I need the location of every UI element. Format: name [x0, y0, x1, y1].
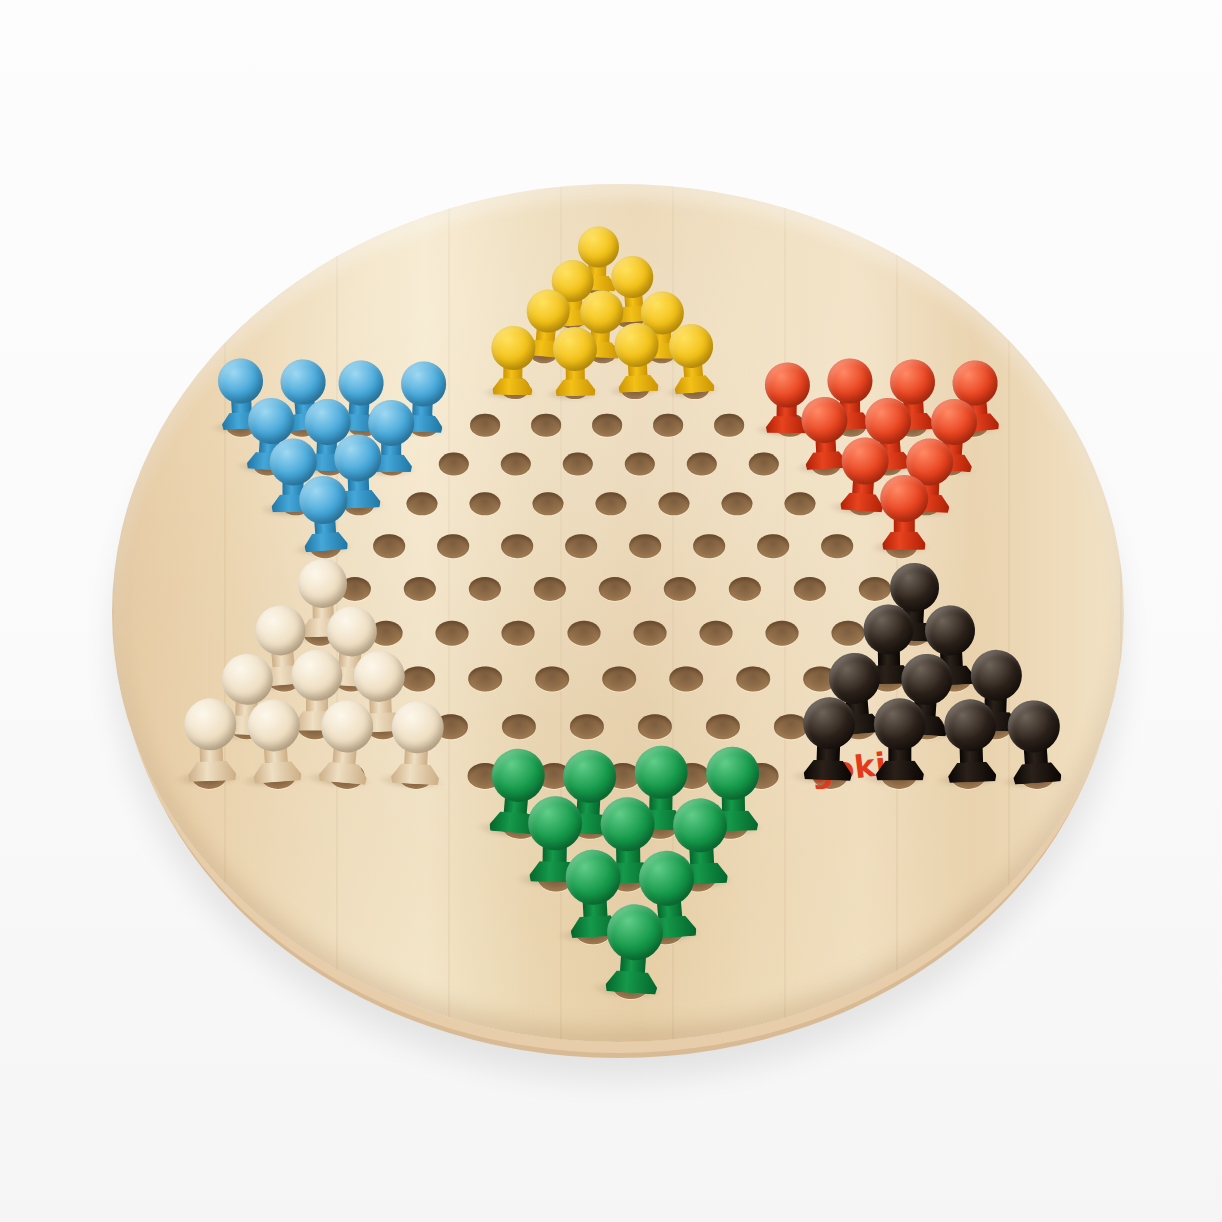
- peg-natural[interactable]: [316, 698, 375, 785]
- board-hole-r9c5[interactable]: [599, 577, 631, 601]
- peg-skirt: [618, 374, 659, 393]
- peg-black[interactable]: [1006, 698, 1064, 784]
- peg-ball: [706, 746, 760, 800]
- board-hole-r8c7[interactable]: [693, 534, 725, 558]
- peg-ball: [564, 848, 622, 906]
- board-hole-r9c9[interactable]: [859, 577, 891, 601]
- board-hole-r8c4[interactable]: [501, 534, 533, 558]
- board-hole-r9c2[interactable]: [404, 577, 436, 601]
- peg-ball: [319, 698, 376, 755]
- peg-ball: [970, 649, 1023, 702]
- board-hole-r7c7[interactable]: [658, 493, 689, 516]
- board-hole-r6c5[interactable]: [501, 453, 531, 476]
- peg-ball: [943, 698, 997, 752]
- peg-black[interactable]: [874, 698, 926, 781]
- board-hole-r5c7[interactable]: [592, 414, 622, 436]
- board-hole-r8c6[interactable]: [629, 534, 661, 558]
- peg-ball: [637, 848, 697, 908]
- peg-green[interactable]: [603, 903, 665, 995]
- peg-skirt: [555, 379, 595, 396]
- board-hole-r7c5[interactable]: [532, 493, 563, 516]
- peg-black[interactable]: [943, 698, 998, 782]
- peg-black[interactable]: [801, 696, 856, 780]
- peg-ball: [1006, 698, 1062, 754]
- peg-ball: [802, 696, 856, 750]
- peg-ball: [605, 903, 665, 963]
- board-hole-r12c7[interactable]: [638, 714, 672, 740]
- board-hole-r7c6[interactable]: [595, 493, 626, 516]
- board-hole-r9c3[interactable]: [469, 577, 501, 601]
- board-hole-r11c7[interactable]: [669, 667, 703, 692]
- board-hole-r7c4[interactable]: [469, 493, 500, 516]
- board-hole-r11c3[interactable]: [401, 667, 435, 692]
- board-hole-r6c7[interactable]: [625, 453, 655, 476]
- product-photo-scene: goki: [0, 0, 1222, 1222]
- board-hole-r8c9[interactable]: [821, 534, 853, 558]
- peg-skirt: [804, 759, 853, 780]
- board-hole-r10c4[interactable]: [502, 621, 535, 646]
- peg-red[interactable]: [880, 475, 928, 550]
- peg-skirt: [188, 760, 237, 781]
- peg-skirt: [1012, 761, 1061, 784]
- peg-ball: [491, 326, 535, 370]
- board-hole-r11c4[interactable]: [468, 667, 502, 692]
- peg-skirt: [882, 532, 926, 550]
- peg-ball: [863, 604, 914, 655]
- peg-ball: [528, 795, 583, 850]
- peg-ball: [924, 604, 977, 657]
- peg-ball: [553, 327, 597, 371]
- board-hole-r5c9[interactable]: [714, 414, 744, 436]
- board-hole-r10c3[interactable]: [436, 621, 469, 646]
- peg-ball: [667, 322, 714, 369]
- peg-natural[interactable]: [246, 697, 304, 783]
- board-hole-r9c7[interactable]: [729, 577, 761, 601]
- board-hole-r10c6[interactable]: [634, 621, 667, 646]
- board-hole-r9c6[interactable]: [664, 577, 696, 601]
- board-hole-r5c6[interactable]: [531, 414, 561, 436]
- peg-skirt: [391, 762, 440, 784]
- peg-ball: [600, 796, 655, 851]
- peg-ball: [298, 559, 348, 609]
- board-hole-r10c8[interactable]: [766, 621, 799, 646]
- board-hole-r6c4[interactable]: [439, 453, 469, 476]
- peg-ball: [613, 322, 659, 368]
- peg-skirt: [318, 760, 368, 784]
- board-hole-r9c4[interactable]: [534, 577, 566, 601]
- board-hole-r6c9[interactable]: [749, 453, 779, 476]
- peg-skirt: [840, 492, 884, 513]
- peg-skirt: [876, 761, 924, 781]
- peg-skirt: [948, 761, 997, 782]
- board-hole-r5c8[interactable]: [653, 414, 683, 436]
- peg-skirt: [492, 378, 532, 395]
- peg-ball: [634, 745, 688, 799]
- board-hole-r12c8[interactable]: [706, 714, 740, 740]
- peg-ball: [880, 475, 928, 523]
- board-hole-r8c2[interactable]: [373, 534, 405, 558]
- board-hole-r12c6[interactable]: [570, 714, 604, 740]
- board-hole-r10c9[interactable]: [832, 621, 865, 646]
- peg-ball: [874, 698, 926, 750]
- board-hole-r6c8[interactable]: [687, 453, 717, 476]
- board-hole-r8c8[interactable]: [757, 534, 789, 558]
- peg-ball: [672, 796, 729, 853]
- peg-ball: [298, 474, 349, 525]
- peg-ball: [353, 650, 406, 703]
- peg-skirt: [252, 760, 301, 783]
- peg-skirt: [304, 531, 349, 552]
- board-hole-r8c5[interactable]: [565, 534, 597, 558]
- peg-blue[interactable]: [298, 474, 351, 552]
- board-hole-r11c5[interactable]: [535, 667, 569, 692]
- peg-yellow[interactable]: [553, 327, 598, 397]
- board-hole-r10c7[interactable]: [700, 621, 733, 646]
- peg-ball: [390, 700, 445, 755]
- peg-natural[interactable]: [183, 697, 238, 781]
- peg-yellow[interactable]: [667, 322, 717, 395]
- board-layer: [0, 0, 1222, 1222]
- board-hole-r11c6[interactable]: [602, 667, 636, 692]
- board-hole-r11c8[interactable]: [736, 667, 770, 692]
- peg-yellow[interactable]: [613, 322, 660, 393]
- board-hole-r12c5[interactable]: [502, 714, 536, 740]
- board-hole-r7c8[interactable]: [721, 493, 752, 516]
- board-hole-r7c9[interactable]: [784, 493, 815, 516]
- board-hole-r8c3[interactable]: [437, 534, 469, 558]
- peg-skirt: [605, 970, 658, 995]
- peg-ball: [291, 650, 342, 701]
- board-hole-r10c5[interactable]: [568, 621, 601, 646]
- board-hole-r7c3[interactable]: [406, 493, 437, 516]
- peg-ball: [800, 396, 848, 444]
- board-hole-r9c8[interactable]: [794, 577, 826, 601]
- peg-natural[interactable]: [389, 700, 446, 785]
- peg-yellow[interactable]: [491, 326, 536, 396]
- board-hole-r5c5[interactable]: [470, 414, 500, 436]
- board-hole-r6c6[interactable]: [563, 453, 593, 476]
- peg-ball: [183, 697, 237, 751]
- peg-ball: [246, 697, 302, 753]
